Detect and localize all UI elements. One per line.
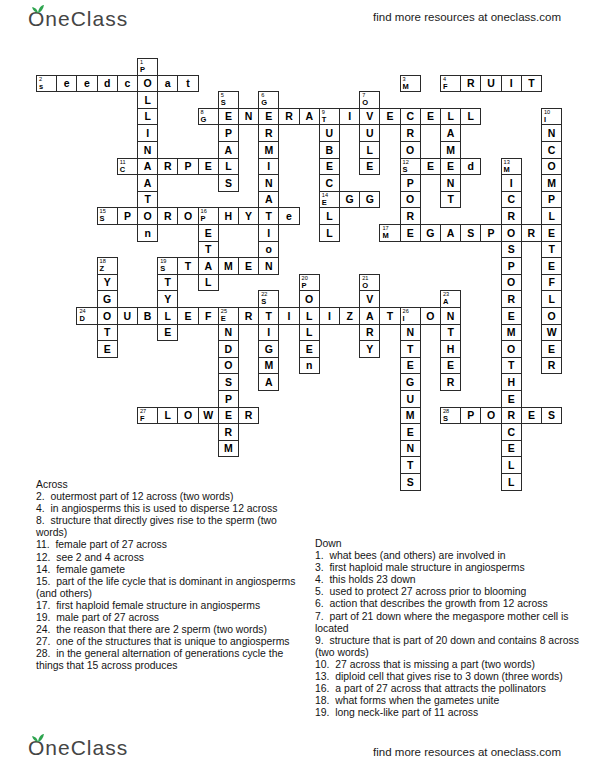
cell-letter: G [401, 374, 420, 390]
cell-r20-c9[interactable]: P [218, 390, 239, 408]
cell-r12-c9[interactable]: M [218, 257, 239, 275]
cell-r15-c16[interactable]: A [359, 307, 380, 325]
cell-r23-c9[interactable]: M [218, 440, 239, 458]
cell-letter: E [542, 258, 561, 274]
cell-r10-c11[interactable]: I [258, 224, 279, 242]
cell-r10-c19[interactable]: G [420, 224, 441, 242]
cell-r9-c3[interactable]: 15S [97, 207, 118, 225]
cell-r3-c10[interactable]: N [238, 108, 259, 126]
cell-r23-c23[interactable]: E [501, 440, 522, 458]
cell-r9-c18[interactable]: R [400, 207, 421, 225]
cell-letter: E [401, 424, 420, 440]
cell-letter: a [158, 76, 177, 92]
cell-r21-c25[interactable]: S [541, 407, 562, 425]
cell-r12-c10[interactable]: E [238, 257, 259, 275]
cell-letter: N [401, 441, 420, 457]
cell-r10-c8[interactable]: E [198, 224, 219, 242]
cell-r10-c17[interactable]: 17M [379, 224, 400, 242]
cell-letter: N [259, 258, 278, 274]
cell-letter: T [502, 358, 521, 374]
cell-letter: G [340, 192, 359, 208]
cell-r10-c20[interactable]: A [440, 224, 461, 242]
cell-r6-c16[interactable]: E [359, 158, 380, 176]
across-clue-8: 8. structure that directly gives rise to… [36, 515, 299, 539]
cell-r2-c16[interactable]: 7O [359, 91, 380, 109]
cell-r7-c18[interactable]: P [400, 174, 421, 192]
cell-letter: E [219, 408, 238, 424]
clue-number: 28 [443, 408, 449, 414]
cell-letter: O [219, 358, 238, 374]
cell-r22-c23[interactable]: C [501, 423, 522, 441]
cell-letter: Z [100, 265, 105, 273]
cell-r17-c18[interactable]: T [400, 340, 421, 358]
cell-r21-c23[interactable]: R [501, 407, 522, 425]
cell-letter: L [542, 291, 561, 307]
cell-letter: E [360, 159, 379, 175]
cell-r1-c0[interactable]: 2s [36, 75, 57, 93]
across-clue-12: 12. see 2 and 4 across [36, 552, 299, 564]
cell-letter: T [259, 308, 278, 324]
cell-r4-c18[interactable]: R [400, 124, 421, 142]
cell-r8-c23[interactable]: C [501, 191, 522, 209]
cell-letter: L [441, 109, 460, 125]
cell-r23-c18[interactable]: N [400, 440, 421, 458]
cell-r15-c23[interactable]: E [501, 307, 522, 325]
cell-r17-c3[interactable]: E [97, 340, 118, 358]
cell-r17-c9[interactable]: D [218, 340, 239, 358]
cell-letter: O [98, 308, 117, 324]
cell-r15-c14[interactable]: I [319, 307, 340, 325]
cell-r13-c8[interactable]: L [198, 274, 219, 292]
cell-r3-c5[interactable]: L [137, 108, 158, 126]
cell-r4-c16[interactable]: U [359, 124, 380, 142]
cell-letter: L [320, 208, 339, 224]
cell-r7-c5[interactable]: A [137, 174, 158, 192]
cell-r12-c8[interactable]: A [198, 257, 219, 275]
cell-letter: C [502, 192, 521, 208]
cell-r15-c20[interactable]: N [440, 307, 461, 325]
cell-r16-c23[interactable]: M [501, 324, 522, 342]
cell-r21-c21[interactable]: P [460, 407, 481, 425]
cell-r12-c11[interactable]: N [258, 257, 279, 275]
cell-r4-c20[interactable]: A [440, 124, 461, 142]
cell-letter: E [421, 159, 440, 175]
cell-r9-c25[interactable]: L [541, 207, 562, 225]
cell-letter: A [441, 225, 460, 241]
cell-r12-c3[interactable]: 18Z [97, 257, 118, 275]
cell-r3-c13[interactable]: A [299, 108, 320, 126]
cell-r24-c23[interactable]: L [501, 456, 522, 474]
down-clue-7: 7. part of 21 down where the megaspore m… [315, 611, 581, 635]
cell-letter: S [261, 298, 266, 306]
cell-r7-c14[interactable]: C [319, 174, 340, 192]
cell-letter: P [542, 192, 561, 208]
cell-r17-c23[interactable]: O [501, 340, 522, 358]
cell-r9-c4[interactable]: P [117, 207, 138, 225]
cell-r13-c13[interactable]: 20P [299, 274, 320, 292]
cell-r3-c17[interactable]: E [379, 108, 400, 126]
cell-letter: B [138, 308, 157, 324]
cell-r3-c19[interactable]: E [420, 108, 441, 126]
cell-r9-c7[interactable]: O [177, 207, 198, 225]
cell-r1-c20[interactable]: 4F [440, 75, 461, 93]
cell-r12-c7[interactable]: T [177, 257, 198, 275]
cell-r14-c25[interactable]: L [541, 290, 562, 308]
cell-r16-c11[interactable]: I [258, 324, 279, 342]
cell-r9-c11[interactable]: T [258, 207, 279, 225]
cell-letter: O [138, 208, 157, 224]
cell-r14-c13[interactable]: O [299, 290, 320, 308]
cell-r25-c18[interactable]: S [400, 473, 421, 491]
cell-r1-c18[interactable]: 3M [400, 75, 421, 93]
cell-r6-c4[interactable]: 11C [117, 158, 138, 176]
cell-r5-c5[interactable]: N [137, 141, 158, 159]
cell-r22-c18[interactable]: E [400, 423, 421, 441]
cell-r16-c20[interactable]: T [440, 324, 461, 342]
cell-r4-c5[interactable]: I [137, 124, 158, 142]
cell-r6-c21[interactable]: d [460, 158, 481, 176]
cell-r2-c9[interactable]: 5S [218, 91, 239, 109]
cell-letter: E [401, 358, 420, 374]
cell-letter: G [360, 192, 379, 208]
cell-r18-c18[interactable]: E [400, 357, 421, 375]
cell-letter: E [221, 315, 226, 323]
cell-r11-c23[interactable]: S [501, 241, 522, 259]
cell-letter: d [98, 76, 117, 92]
down-clue-13: 13. diploid cell that gives rise to 3 do… [315, 671, 581, 683]
cell-r9-c14[interactable]: L [319, 207, 340, 225]
cell-r21-c18[interactable]: M [400, 407, 421, 425]
cell-r14-c11[interactable]: 22S [258, 290, 279, 308]
cell-r18-c11[interactable]: M [258, 357, 279, 375]
cell-r15-c18[interactable]: 26I [400, 307, 421, 325]
cell-letter: I [279, 308, 298, 324]
cell-letter: E [522, 408, 541, 424]
cell-r21-c7[interactable]: O [177, 407, 198, 425]
cell-r24-c18[interactable]: T [400, 456, 421, 474]
cell-letter: W [542, 325, 561, 341]
cell-r3-c15[interactable]: I [339, 108, 360, 126]
down-clue-3: 3. first haploid male structure in angio… [315, 562, 581, 574]
down-clue-6: 6. action that describes the growth from… [315, 598, 581, 610]
cell-r5-c16[interactable]: L [359, 141, 380, 159]
cell-r8-c20[interactable]: T [440, 191, 461, 209]
cell-letter: M [401, 408, 420, 424]
cell-r9-c8[interactable]: 16P [198, 207, 219, 225]
clue-number: 21 [362, 275, 368, 281]
cell-letter: M [403, 83, 409, 91]
cell-r14-c20[interactable]: 23A [440, 290, 461, 308]
cell-r5-c18[interactable]: O [400, 141, 421, 159]
cell-r15-c13[interactable]: L [299, 307, 320, 325]
cell-r1-c24[interactable]: T [521, 75, 542, 93]
cell-letter: L [461, 109, 480, 125]
cell-r5-c25[interactable]: C [541, 141, 562, 159]
cell-r17-c16[interactable]: Y [359, 340, 380, 358]
cell-r19-c9[interactable]: S [218, 373, 239, 391]
cell-r16-c9[interactable]: N [218, 324, 239, 342]
cell-letter: E [441, 358, 460, 374]
cell-r6-c19[interactable]: E [420, 158, 441, 176]
cell-r18-c23[interactable]: T [501, 357, 522, 375]
cell-r11-c25[interactable]: T [541, 241, 562, 259]
cell-r16-c3[interactable]: T [97, 324, 118, 342]
cell-r14-c3[interactable]: G [97, 290, 118, 308]
cell-r25-c23[interactable]: L [501, 473, 522, 491]
cell-r6-c23[interactable]: 13M [501, 158, 522, 176]
cell-r3-c25[interactable]: 10I [541, 108, 562, 126]
cell-r7-c25[interactable]: M [541, 174, 562, 192]
cell-r15-c10[interactable]: R [238, 307, 259, 325]
across-clues-section: Across 2. outermost part of 12 across (t… [36, 479, 299, 673]
cell-r15-c4[interactable]: U [117, 307, 138, 325]
across-clue-14: 14. female gamete [36, 564, 299, 576]
cell-letter: S [401, 474, 420, 490]
cell-r20-c18[interactable]: U [400, 390, 421, 408]
cell-letter: C [502, 424, 521, 440]
cell-letter: O [300, 291, 319, 307]
cell-r15-c3[interactable]: O [97, 307, 118, 325]
cell-letter: d [461, 159, 480, 175]
cell-r13-c3[interactable]: Y [97, 274, 118, 292]
cell-r9-c10[interactable]: Y [238, 207, 259, 225]
cell-r21-c24[interactable]: E [521, 407, 542, 425]
cell-r8-c5[interactable]: T [137, 191, 158, 209]
cell-r12-c6[interactable]: 19S [157, 257, 178, 275]
cell-r17-c13[interactable]: E [299, 340, 320, 358]
cell-r16-c13[interactable]: L [299, 324, 320, 342]
down-title: Down [315, 538, 581, 550]
cell-letter: R [239, 408, 258, 424]
cell-r12-c23[interactable]: P [501, 257, 522, 275]
cell-r21-c5[interactable]: 27F [137, 407, 158, 425]
cell-r6-c25[interactable]: O [541, 158, 562, 176]
cell-r1-c23[interactable]: I [501, 75, 522, 93]
cell-r7-c9[interactable]: S [218, 174, 239, 192]
cell-r21-c20[interactable]: 28S [440, 407, 461, 425]
clue-number: 4 [443, 76, 446, 82]
cell-r21-c6[interactable]: L [157, 407, 178, 425]
cell-r13-c25[interactable]: F [541, 274, 562, 292]
cell-letter: Y [360, 341, 379, 357]
cell-r6-c6[interactable]: R [157, 158, 178, 176]
cell-r9-c5[interactable]: O [137, 207, 158, 225]
cell-r7-c11[interactable]: N [258, 174, 279, 192]
cell-r4-c11[interactable]: R [258, 124, 279, 142]
cell-r6-c20[interactable]: E [440, 158, 461, 176]
cell-r2-c11[interactable]: 6G [258, 91, 279, 109]
cell-r13-c6[interactable]: T [157, 274, 178, 292]
cell-r1-c6[interactable]: a [157, 75, 178, 93]
cell-letter: L [300, 325, 319, 341]
cell-letter: t [178, 76, 197, 92]
cell-r21-c10[interactable]: R [238, 407, 259, 425]
cell-r9-c23[interactable]: R [501, 207, 522, 225]
sprout-icon [31, 4, 45, 13]
cell-letter: D [79, 315, 84, 323]
cell-r5-c11[interactable]: M [258, 141, 279, 159]
cell-r15-c12[interactable]: I [278, 307, 299, 325]
cell-r14-c23[interactable]: R [501, 290, 522, 308]
cell-letter: E [502, 308, 521, 324]
cell-r4-c9[interactable]: P [218, 124, 239, 142]
cell-r2-c5[interactable]: L [137, 91, 158, 109]
cell-letter: R [158, 208, 177, 224]
cell-r15-c17[interactable]: T [379, 307, 400, 325]
down-clue-9: 9. structure that is part of 20 down and… [315, 635, 581, 659]
cell-r15-c6[interactable]: L [157, 307, 178, 325]
cell-r1-c22[interactable]: U [480, 75, 501, 93]
cell-r9-c9[interactable]: H [218, 207, 239, 225]
cell-r19-c11[interactable]: A [258, 373, 279, 391]
cell-r1-c2[interactable]: e [76, 75, 97, 93]
cell-r20-c23[interactable]: E [501, 390, 522, 408]
cell-r15-c19[interactable]: O [420, 307, 441, 325]
cell-r7-c23[interactable]: I [501, 174, 522, 192]
cell-r9-c6[interactable]: R [157, 207, 178, 225]
cell-r8-c11[interactable]: A [258, 191, 279, 209]
cell-r19-c23[interactable]: H [501, 373, 522, 391]
cell-letter: O [401, 192, 420, 208]
cell-letter: O [138, 76, 157, 92]
cell-letter: T [441, 325, 460, 341]
cell-r15-c5[interactable]: B [137, 307, 158, 325]
cell-r3-c14[interactable]: 9T [319, 108, 340, 126]
cell-r19-c18[interactable]: G [400, 373, 421, 391]
cell-r15-c7[interactable]: E [177, 307, 198, 325]
cell-r16-c16[interactable]: R [359, 324, 380, 342]
down-clue-16: 16. a part of 27 across that attracts th… [315, 683, 581, 695]
cell-r16-c6[interactable]: E [157, 324, 178, 342]
cell-r13-c16[interactable]: 21O [359, 274, 380, 292]
cell-r8-c16[interactable]: G [359, 191, 380, 209]
cell-r21-c8[interactable]: W [198, 407, 219, 425]
cell-letter: O [362, 282, 368, 290]
cell-r21-c9[interactable]: E [218, 407, 239, 425]
cell-r10-c18[interactable]: E [400, 224, 421, 242]
cell-r18-c25[interactable]: R [541, 357, 562, 375]
cell-r13-c23[interactable]: O [501, 274, 522, 292]
cell-r16-c18[interactable]: N [400, 324, 421, 342]
cell-r22-c9[interactable]: R [218, 423, 239, 441]
cell-r10-c5[interactable]: n [137, 224, 158, 242]
cell-r1-c4[interactable]: c [117, 75, 138, 93]
cell-r1-c1[interactable]: e [56, 75, 77, 93]
cell-letter: H [502, 374, 521, 390]
cell-r10-c23[interactable]: O [501, 224, 522, 242]
cell-r3-c9[interactable]: E [218, 108, 239, 126]
cell-r14-c16[interactable]: V [359, 290, 380, 308]
footer-tagline: find more resources at oneclass.com [373, 746, 561, 758]
cell-r17-c20[interactable]: H [440, 340, 461, 358]
cell-r4-c14[interactable]: U [319, 124, 340, 142]
cell-r0-c5[interactable]: 1P [137, 58, 158, 76]
cell-letter: A [219, 142, 238, 158]
cell-r1-c3[interactable]: d [97, 75, 118, 93]
cell-r16-c25[interactable]: W [541, 324, 562, 342]
cell-r6-c11[interactable]: I [258, 158, 279, 176]
cell-r8-c18[interactable]: O [400, 191, 421, 209]
cell-r6-c7[interactable]: P [177, 158, 198, 176]
cell-r10-c21[interactable]: S [460, 224, 481, 242]
cell-letter: L [138, 92, 157, 108]
cell-r18-c13[interactable]: n [299, 357, 320, 375]
cell-letter: P [219, 125, 238, 141]
cell-r3-c18[interactable]: C [400, 108, 421, 126]
cell-r15-c11[interactable]: T [258, 307, 279, 325]
cell-r4-c25[interactable]: N [541, 124, 562, 142]
cell-r8-c14[interactable]: 14E [319, 191, 340, 209]
cell-r10-c22[interactable]: P [480, 224, 501, 242]
cell-r15-c2[interactable]: 24D [76, 307, 97, 325]
across-clue-4: 4. in angiosperms this is used to disper… [36, 503, 299, 515]
cell-r19-c20[interactable]: R [440, 373, 461, 391]
cell-r11-c11[interactable]: o [258, 241, 279, 259]
cell-r8-c25[interactable]: P [541, 191, 562, 209]
cell-r17-c25[interactable]: E [541, 340, 562, 358]
cell-r15-c25[interactable]: O [541, 307, 562, 325]
cell-r15-c8[interactable]: F [198, 307, 219, 325]
cell-r5-c20[interactable]: M [440, 141, 461, 159]
cell-r17-c11[interactable]: G [258, 340, 279, 358]
cell-r3-c20[interactable]: L [440, 108, 461, 126]
cell-r21-c22[interactable]: O [480, 407, 501, 425]
cell-r1-c5[interactable]: O [137, 75, 158, 93]
cell-r5-c9[interactable]: A [218, 141, 239, 159]
cell-r18-c9[interactable]: O [218, 357, 239, 375]
cell-r3-c8[interactable]: 8G [198, 108, 219, 126]
cell-letter: E [199, 225, 218, 241]
cell-r10-c14[interactable]: L [319, 224, 340, 242]
cell-r3-c16[interactable]: V [359, 108, 380, 126]
cell-letter: E [259, 109, 278, 125]
cell-r3-c11[interactable]: E [258, 108, 279, 126]
cell-r6-c18[interactable]: 12S [400, 158, 421, 176]
clue-number: 27 [140, 408, 146, 414]
cell-r3-c21[interactable]: L [460, 108, 481, 126]
cell-r3-c12[interactable]: R [278, 108, 299, 126]
cell-r11-c8[interactable]: T [198, 241, 219, 259]
clue-number: 3 [403, 76, 406, 82]
cell-r15-c9[interactable]: 25E [218, 307, 239, 325]
cell-letter: U [481, 76, 500, 92]
cell-letter: E [199, 159, 218, 175]
cell-r6-c14[interactable]: E [319, 158, 340, 176]
cell-r5-c14[interactable]: B [319, 141, 340, 159]
cell-r15-c15[interactable]: Z [339, 307, 360, 325]
cell-letter: T [199, 242, 218, 258]
cell-letter: R [279, 109, 298, 125]
cell-r1-c21[interactable]: R [460, 75, 481, 93]
cell-letter: A [138, 175, 157, 191]
cell-letter: L [158, 408, 177, 424]
cell-r6-c9[interactable]: L [218, 158, 239, 176]
cell-r12-c25[interactable]: E [541, 257, 562, 275]
cell-r6-c5[interactable]: A [137, 158, 158, 176]
cell-letter: E [542, 341, 561, 357]
cell-r9-c12[interactable]: e [278, 207, 299, 225]
across-clue-28: 28. in the general alternation of genera… [36, 648, 299, 672]
cell-letter: P [481, 225, 500, 241]
cell-r10-c25[interactable]: E [541, 224, 562, 242]
cell-r1-c7[interactable]: t [177, 75, 198, 93]
cell-r6-c8[interactable]: E [198, 158, 219, 176]
cell-r10-c24[interactable]: R [521, 224, 542, 242]
cell-r18-c20[interactable]: E [440, 357, 461, 375]
cell-r14-c6[interactable]: Y [157, 290, 178, 308]
cell-r8-c15[interactable]: G [339, 191, 360, 209]
cell-r7-c20[interactable]: N [440, 174, 461, 192]
